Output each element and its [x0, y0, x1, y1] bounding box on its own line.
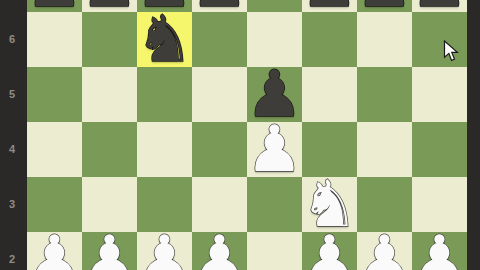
square-a6[interactable]	[27, 12, 82, 67]
square-d2[interactable]: ♟	[192, 232, 247, 270]
square-d4[interactable]	[192, 122, 247, 177]
rank-label-2: 2	[0, 253, 24, 266]
black-pawn[interactable]: ♟	[26, 0, 83, 12]
square-g2[interactable]: ♟	[357, 232, 412, 270]
rank-label-5: 5	[0, 88, 24, 101]
square-b2[interactable]: ♟	[82, 232, 137, 270]
square-h5[interactable]	[412, 67, 467, 122]
square-b7[interactable]: ♟	[82, 0, 137, 12]
square-g7[interactable]: ♟	[357, 0, 412, 12]
black-pawn[interactable]: ♟	[411, 0, 468, 12]
white-pawn[interactable]: ♟	[246, 122, 303, 177]
square-g6[interactable]	[357, 12, 412, 67]
black-pawn[interactable]: ♟	[301, 0, 358, 12]
square-f6[interactable]	[302, 12, 357, 67]
square-a5[interactable]	[27, 67, 82, 122]
square-a4[interactable]	[27, 122, 82, 177]
square-b4[interactable]	[82, 122, 137, 177]
square-e7[interactable]	[247, 0, 302, 12]
square-h7[interactable]: ♟	[412, 0, 467, 12]
black-pawn[interactable]: ♟	[356, 0, 413, 12]
mouse-arrow-cursor	[443, 40, 459, 62]
square-f7[interactable]: ♟	[302, 0, 357, 12]
rank-label-6: 6	[0, 33, 24, 46]
square-d5[interactable]	[192, 67, 247, 122]
square-g4[interactable]	[357, 122, 412, 177]
square-d6[interactable]	[192, 12, 247, 67]
square-e2[interactable]	[247, 232, 302, 270]
black-pawn[interactable]: ♟	[81, 0, 138, 12]
white-pawn[interactable]: ♟	[81, 232, 138, 270]
rank-label-3: 3	[0, 198, 24, 211]
square-b6[interactable]	[82, 12, 137, 67]
chess-board: ♟♟♟♟♟♟♟♞♟♟♞♟♟♟♟♟♟♟	[27, 0, 467, 270]
square-h4[interactable]	[412, 122, 467, 177]
square-e3[interactable]	[247, 177, 302, 232]
white-pawn[interactable]: ♟	[301, 232, 358, 270]
square-d7[interactable]: ♟	[192, 0, 247, 12]
chess-app-viewport: 6 5 4 3 2 ♟♟♟♟♟♟♟♞♟♟♞♟♟♟♟♟♟♟	[0, 0, 480, 270]
square-a7[interactable]: ♟	[27, 0, 82, 12]
white-pawn[interactable]: ♟	[411, 232, 468, 270]
square-f2[interactable]: ♟	[302, 232, 357, 270]
white-pawn[interactable]: ♟	[191, 232, 248, 270]
white-pawn[interactable]: ♟	[356, 232, 413, 270]
square-c4[interactable]	[137, 122, 192, 177]
square-h2[interactable]: ♟	[412, 232, 467, 270]
square-g5[interactable]	[357, 67, 412, 122]
square-a2[interactable]: ♟	[27, 232, 82, 270]
square-c2[interactable]: ♟	[137, 232, 192, 270]
square-e4[interactable]: ♟	[247, 122, 302, 177]
black-knight[interactable]: ♞	[136, 12, 193, 67]
white-pawn[interactable]: ♟	[136, 232, 193, 270]
black-pawn[interactable]: ♟	[191, 0, 248, 12]
square-c6[interactable]: ♞	[137, 12, 192, 67]
square-f5[interactable]	[302, 67, 357, 122]
rank-label-4: 4	[0, 143, 24, 156]
white-pawn[interactable]: ♟	[26, 232, 83, 270]
square-c5[interactable]	[137, 67, 192, 122]
square-b5[interactable]	[82, 67, 137, 122]
